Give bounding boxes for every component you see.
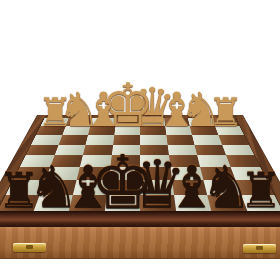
square-b1 bbox=[188, 118, 215, 126]
square-a1 bbox=[212, 118, 240, 126]
square-g2 bbox=[62, 126, 90, 135]
square-g8 bbox=[33, 195, 73, 211]
square-b4 bbox=[194, 145, 225, 156]
square-g5 bbox=[50, 155, 83, 167]
chess-set-product-photo: ♜♞♝♛♚♝♞♜♜♞♝♛♚♝♞♜ bbox=[0, 0, 280, 280]
square-e7 bbox=[106, 180, 140, 195]
square-a3 bbox=[218, 135, 249, 145]
square-e3 bbox=[113, 135, 140, 145]
square-d6 bbox=[140, 167, 172, 180]
square-f4 bbox=[83, 145, 113, 156]
square-d2 bbox=[140, 126, 166, 135]
square-c4 bbox=[167, 145, 197, 156]
square-f8 bbox=[69, 195, 107, 211]
square-h3 bbox=[31, 135, 62, 145]
square-a5 bbox=[226, 155, 261, 167]
square-d1 bbox=[140, 118, 165, 126]
square-a7 bbox=[235, 180, 274, 195]
square-c6 bbox=[170, 167, 203, 180]
square-a2 bbox=[215, 126, 244, 135]
square-d3 bbox=[140, 135, 167, 145]
square-f3 bbox=[86, 135, 114, 145]
square-a8 bbox=[241, 195, 280, 211]
square-f7 bbox=[73, 180, 108, 195]
board-front-bevel bbox=[0, 211, 280, 227]
square-b3 bbox=[192, 135, 222, 145]
square-h4 bbox=[26, 145, 59, 156]
square-g6 bbox=[45, 167, 80, 180]
square-h2 bbox=[36, 126, 65, 135]
square-e8 bbox=[104, 195, 140, 211]
square-c1 bbox=[164, 118, 190, 126]
chess-board bbox=[0, 115, 280, 218]
square-f1 bbox=[90, 118, 116, 126]
square-d7 bbox=[140, 180, 174, 195]
square-g4 bbox=[54, 145, 85, 156]
square-b2 bbox=[190, 126, 218, 135]
brass-latch-right-icon bbox=[243, 244, 276, 253]
brass-latch-left-icon bbox=[13, 243, 46, 252]
square-g7 bbox=[39, 180, 76, 195]
chess-box-front bbox=[0, 227, 280, 259]
square-f2 bbox=[88, 126, 115, 135]
square-e2 bbox=[114, 126, 140, 135]
square-g3 bbox=[58, 135, 88, 145]
square-c7 bbox=[172, 180, 207, 195]
square-c5 bbox=[169, 155, 201, 167]
square-e1 bbox=[115, 118, 140, 126]
square-f5 bbox=[80, 155, 112, 167]
square-a6 bbox=[230, 167, 267, 180]
square-a4 bbox=[222, 145, 255, 156]
board-squares bbox=[0, 118, 280, 211]
square-h5 bbox=[20, 155, 55, 167]
square-c3 bbox=[166, 135, 194, 145]
square-e6 bbox=[108, 167, 140, 180]
square-d5 bbox=[140, 155, 170, 167]
square-e5 bbox=[110, 155, 140, 167]
square-d8 bbox=[140, 195, 176, 211]
square-c8 bbox=[174, 195, 212, 211]
square-b6 bbox=[200, 167, 235, 180]
square-d4 bbox=[140, 145, 169, 156]
square-g1 bbox=[65, 118, 92, 126]
square-c2 bbox=[165, 126, 192, 135]
square-e4 bbox=[111, 145, 140, 156]
square-f6 bbox=[77, 167, 110, 180]
square-h1 bbox=[40, 118, 68, 126]
square-b5 bbox=[197, 155, 230, 167]
